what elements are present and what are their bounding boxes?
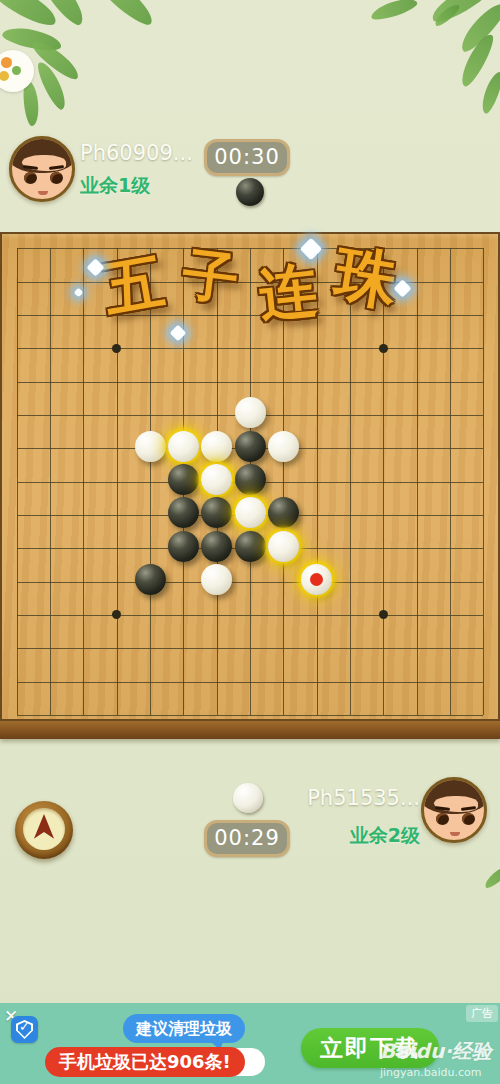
stone-black <box>168 531 199 562</box>
stone-black <box>268 497 299 528</box>
stone-white <box>135 431 166 462</box>
stone-black <box>235 464 266 495</box>
grid-line-h <box>17 615 484 616</box>
ad-suggestion-bubble[interactable]: 建议清理垃圾 <box>123 1014 245 1043</box>
board-grid[interactable] <box>0 232 500 721</box>
stone-white <box>201 431 232 462</box>
ad-bubble-text: 建议清理垃圾 <box>136 1019 232 1038</box>
grid-line-h <box>17 648 484 649</box>
stone-white <box>168 431 199 462</box>
baidu-watermark: Baidu·经验 jingyan.baidu.com <box>380 1038 492 1079</box>
stone-black <box>135 564 166 595</box>
grid-line-h <box>17 682 484 683</box>
bottom-player-name: Ph51535... <box>307 786 420 810</box>
top-player-stone-indicator-black <box>236 178 264 206</box>
stone-black <box>168 497 199 528</box>
ad-alert-text: 手机垃圾已达906条! <box>45 1047 245 1077</box>
grid-line-v <box>383 248 384 715</box>
bottom-player-stone-indicator-white <box>233 783 263 813</box>
stone-white <box>235 497 266 528</box>
stone-white <box>201 564 232 595</box>
last-move-marker <box>310 573 323 586</box>
stone-white <box>301 564 332 595</box>
grid-line-v <box>483 248 484 715</box>
up-arrow-button[interactable] <box>15 801 73 859</box>
stone-white <box>201 464 232 495</box>
stone-black <box>235 531 266 562</box>
grid-line-h <box>17 715 484 716</box>
top-player-rank: 业余1级 <box>80 173 150 199</box>
up-arrow-icon <box>23 808 65 850</box>
ad-tag-label: 广告 <box>466 1005 498 1022</box>
stone-black <box>235 431 266 462</box>
grid-line-v <box>317 248 318 715</box>
watermark-brand: Baidu·经验 <box>380 1038 492 1065</box>
bottom-player-rank: 业余2级 <box>350 823 420 849</box>
watermark-url: jingyan.baidu.com <box>380 1066 492 1079</box>
grid-line-v <box>350 248 351 715</box>
board-bevel <box>0 721 500 739</box>
star-point <box>379 610 388 619</box>
grid-line-h <box>17 582 484 583</box>
top-player-timer: 00:30 <box>204 139 290 176</box>
top-player-name: Ph60909... <box>80 141 193 165</box>
stone-black <box>201 531 232 562</box>
shield-check-icon: ✓ <box>11 1016 38 1043</box>
board[interactable] <box>0 232 500 721</box>
top-player-avatar[interactable] <box>9 136 75 202</box>
stone-black <box>201 497 232 528</box>
star-point <box>112 344 121 353</box>
stone-white <box>268 531 299 562</box>
bottom-player-timer: 00:29 <box>204 820 290 857</box>
bottom-player-avatar[interactable] <box>421 777 487 843</box>
stone-black <box>168 464 199 495</box>
grid-line-v <box>283 248 284 715</box>
stone-white <box>268 431 299 462</box>
star-point <box>379 344 388 353</box>
bamboo-leaf-bottom-right <box>482 864 500 891</box>
star-point <box>112 610 121 619</box>
grid-line-v <box>450 248 451 715</box>
stone-white <box>235 397 266 428</box>
game-screen: Ph60909... 业余1级 00:30 五 子 连 珠 00:29 Ph51… <box>0 0 500 1084</box>
grid-line-v <box>417 248 418 715</box>
